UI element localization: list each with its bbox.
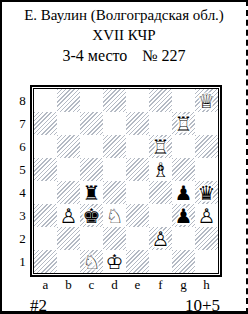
white-pawn: ♙: [152, 229, 170, 249]
rank-label-5: 5: [15, 158, 30, 181]
square-d5: [103, 158, 126, 181]
square-c8: [80, 89, 103, 112]
square-g4: ♟: [172, 181, 195, 204]
square-e3: [126, 204, 149, 227]
square-c6: [80, 135, 103, 158]
rank-label-1: 1: [15, 250, 30, 273]
caption-row: #2 10+5: [30, 296, 220, 314]
rank-label-7: 7: [15, 112, 30, 135]
square-b3: ♙: [57, 204, 80, 227]
square-c4: ♜: [80, 181, 103, 204]
square-g1: [172, 250, 195, 273]
black-pawn: ♟: [175, 206, 193, 226]
white-king: ♔: [106, 252, 124, 272]
stipulation: #2: [30, 296, 47, 314]
square-h3: ♙: [195, 204, 218, 227]
author-line: Е. Ваулин (Волгоградская обл.): [2, 5, 246, 25]
chessboard-border: ♕♖♖♗♜♟♛♙♚♘♟♙♙♘♔: [30, 85, 222, 277]
file-label-e: e: [126, 278, 149, 292]
file-label-g: g: [172, 278, 195, 292]
square-h8: ♕: [195, 89, 218, 112]
square-b6: [57, 135, 80, 158]
square-f7: [149, 112, 172, 135]
problem-number: № 227: [142, 45, 185, 67]
black-queen: ♛: [198, 183, 216, 203]
square-f1: [149, 250, 172, 273]
square-e5: [126, 158, 149, 181]
square-a5: [34, 158, 57, 181]
square-b8: [57, 89, 80, 112]
file-label-f: f: [149, 278, 172, 292]
square-b7: [57, 112, 80, 135]
square-g7: ♖: [172, 112, 195, 135]
square-g2: [172, 227, 195, 250]
square-d1: ♔: [103, 250, 126, 273]
square-f2: ♙: [149, 227, 172, 250]
white-rook: ♖: [175, 114, 193, 134]
square-e2: [126, 227, 149, 250]
square-e1: [126, 250, 149, 273]
square-d4: [103, 181, 126, 204]
square-d2: [103, 227, 126, 250]
white-pawn: ♙: [198, 206, 216, 226]
square-e8: [126, 89, 149, 112]
file-label-a: a: [34, 278, 57, 292]
black-king: ♚: [83, 206, 101, 226]
place-line: 3-4 место № 227: [2, 45, 246, 67]
square-c1: ♘: [80, 250, 103, 273]
square-d7: [103, 112, 126, 135]
white-pawn: ♙: [60, 206, 78, 226]
black-pawn: ♟: [175, 183, 193, 203]
white-knight: ♘: [83, 252, 101, 272]
rank-label-4: 4: [15, 181, 30, 204]
square-g8: [172, 89, 195, 112]
square-a6: [34, 135, 57, 158]
square-a2: [34, 227, 57, 250]
problem-header: Е. Ваулин (Волгоградская обл.) XVII КЧР …: [2, 2, 246, 67]
square-b5: [57, 158, 80, 181]
white-queen: ♕: [198, 91, 216, 111]
white-rook: ♖: [152, 137, 170, 157]
square-h6: [195, 135, 218, 158]
white-knight: ♘: [106, 206, 124, 226]
file-label-b: b: [57, 278, 80, 292]
rank-label-8: 8: [15, 89, 30, 112]
file-labels: abcdefgh: [34, 278, 246, 292]
square-c2: [80, 227, 103, 250]
place-text: 3-4 место: [62, 45, 127, 67]
square-d8: [103, 89, 126, 112]
square-f3: [149, 204, 172, 227]
material-count: 10+5: [185, 296, 220, 314]
square-b1: [57, 250, 80, 273]
page-frame: Е. Ваулин (Волгоградская обл.) XVII КЧР …: [0, 0, 248, 314]
rank-label-3: 3: [15, 204, 30, 227]
board-section: 87654321 ♕♖♖♗♜♟♛♙♚♘♟♙♙♘♔: [15, 85, 246, 277]
file-label-d: d: [103, 278, 126, 292]
square-c3: ♚: [80, 204, 103, 227]
square-e7: [126, 112, 149, 135]
square-h1: [195, 250, 218, 273]
square-b2: [57, 227, 80, 250]
square-b4: [57, 181, 80, 204]
square-f8: [149, 89, 172, 112]
square-g3: ♟: [172, 204, 195, 227]
square-g6: [172, 135, 195, 158]
square-e4: [126, 181, 149, 204]
white-bishop: ♗: [152, 160, 170, 180]
event-line: XVII КЧР: [2, 25, 246, 45]
square-e6: [126, 135, 149, 158]
square-f4: [149, 181, 172, 204]
rank-label-2: 2: [15, 227, 30, 250]
square-g5: [172, 158, 195, 181]
square-h7: [195, 112, 218, 135]
square-f5: ♗: [149, 158, 172, 181]
rank-labels: 87654321: [15, 85, 30, 277]
chessboard-inner-border: ♕♖♖♗♜♟♛♙♚♘♟♙♙♘♔: [33, 88, 219, 274]
square-a3: [34, 204, 57, 227]
square-h2: [195, 227, 218, 250]
black-rook: ♜: [83, 183, 101, 203]
square-h5: [195, 158, 218, 181]
square-d3: ♘: [103, 204, 126, 227]
square-a1: [34, 250, 57, 273]
square-a8: [34, 89, 57, 112]
board-grid: ♕♖♖♗♜♟♛♙♚♘♟♙♙♘♔: [34, 89, 218, 273]
square-a4: [34, 181, 57, 204]
square-h4: ♛: [195, 181, 218, 204]
square-a7: [34, 112, 57, 135]
square-c5: [80, 158, 103, 181]
rank-label-6: 6: [15, 135, 30, 158]
square-f6: ♖: [149, 135, 172, 158]
file-label-c: c: [80, 278, 103, 292]
file-label-h: h: [195, 278, 218, 292]
square-d6: [103, 135, 126, 158]
square-c7: [80, 112, 103, 135]
